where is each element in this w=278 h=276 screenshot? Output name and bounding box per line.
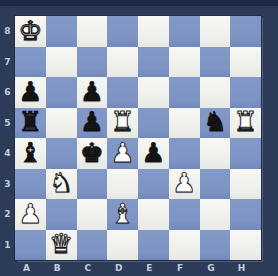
square-f3[interactable]: ♟ [169,169,200,200]
square-d4[interactable]: ♟ [107,138,138,169]
square-f7[interactable] [169,47,200,78]
file-label-h: H [230,260,261,276]
square-e1[interactable] [138,230,169,261]
square-c6[interactable]: ♟ [77,77,108,108]
square-b8[interactable] [46,16,77,47]
square-c7[interactable] [77,47,108,78]
square-a2[interactable]: ♟ [15,199,46,230]
square-g6[interactable] [200,77,231,108]
file-label-a: A [15,260,46,276]
square-h8[interactable] [230,16,261,47]
square-a8[interactable]: ♚ [15,16,46,47]
square-a6[interactable]: ♟ [15,77,46,108]
piece-white-bishop[interactable]: ♝ [111,200,135,227]
file-label-c: C [77,260,108,276]
rank-label-6: 6 [0,77,15,108]
piece-white-pawn[interactable]: ♟ [111,139,135,166]
chess-board-frame: 87654321 ♚♟♟♜♟♜♞♜♝♚♟♟♞♟♟♝♛ ABCDEFGH [0,0,278,276]
square-d5[interactable]: ♜ [107,108,138,139]
square-c5[interactable]: ♟ [77,108,108,139]
file-label-b: B [46,260,77,276]
file-label-d: D [107,260,138,276]
piece-black-bishop[interactable]: ♝ [18,139,42,166]
rank-label-4: 4 [0,138,15,169]
piece-black-pawn[interactable]: ♟ [80,78,104,105]
square-c2[interactable] [77,199,108,230]
square-d1[interactable] [107,230,138,261]
square-e6[interactable] [138,77,169,108]
rank-label-5: 5 [0,108,15,139]
square-g7[interactable] [200,47,231,78]
square-g2[interactable] [200,199,231,230]
piece-white-pawn[interactable]: ♟ [18,200,42,227]
file-label-f: F [169,260,200,276]
square-f5[interactable] [169,108,200,139]
rank-label-2: 2 [0,199,15,230]
square-h4[interactable] [230,138,261,169]
square-b6[interactable] [46,77,77,108]
rank-label-8: 8 [0,16,15,47]
square-b5[interactable] [46,108,77,139]
square-a5[interactable]: ♜ [15,108,46,139]
piece-black-pawn[interactable]: ♟ [80,108,104,135]
square-e8[interactable] [138,16,169,47]
square-d2[interactable]: ♝ [107,199,138,230]
square-b1[interactable]: ♛ [46,230,77,261]
square-e7[interactable] [138,47,169,78]
square-a1[interactable] [15,230,46,261]
piece-black-pawn[interactable]: ♟ [141,139,165,166]
rank-label-1: 1 [0,230,15,261]
square-e5[interactable] [138,108,169,139]
piece-black-pawn[interactable]: ♟ [18,78,42,105]
square-h2[interactable] [230,199,261,230]
square-b2[interactable] [46,199,77,230]
square-g8[interactable] [200,16,231,47]
square-g4[interactable] [200,138,231,169]
square-h5[interactable]: ♜ [230,108,261,139]
square-a7[interactable] [15,47,46,78]
square-b3[interactable]: ♞ [46,169,77,200]
square-d8[interactable] [107,16,138,47]
file-label-e: E [138,260,169,276]
rank-labels: 87654321 [0,16,15,260]
square-g3[interactable] [200,169,231,200]
square-g1[interactable] [200,230,231,261]
square-b4[interactable] [46,138,77,169]
file-label-g: G [200,260,231,276]
square-c4[interactable]: ♚ [77,138,108,169]
square-e4[interactable]: ♟ [138,138,169,169]
square-a4[interactable]: ♝ [15,138,46,169]
square-d6[interactable] [107,77,138,108]
rank-label-3: 3 [0,169,15,200]
square-e3[interactable] [138,169,169,200]
piece-white-rook[interactable]: ♜ [234,108,258,135]
square-a3[interactable] [15,169,46,200]
square-g5[interactable]: ♞ [200,108,231,139]
square-f2[interactable] [169,199,200,230]
square-b7[interactable] [46,47,77,78]
square-h3[interactable] [230,169,261,200]
piece-black-king[interactable]: ♚ [80,139,104,166]
square-d3[interactable] [107,169,138,200]
square-f8[interactable] [169,16,200,47]
piece-white-rook[interactable]: ♜ [111,108,135,135]
square-f6[interactable] [169,77,200,108]
square-c3[interactable] [77,169,108,200]
piece-white-knight[interactable]: ♞ [49,169,73,196]
piece-white-queen[interactable]: ♛ [49,230,73,257]
square-f4[interactable] [169,138,200,169]
piece-black-rook[interactable]: ♜ [18,108,42,135]
square-h6[interactable] [230,77,261,108]
file-labels: ABCDEFGH [15,260,261,276]
square-d7[interactable] [107,47,138,78]
square-f1[interactable] [169,230,200,261]
square-h7[interactable] [230,47,261,78]
piece-white-king[interactable]: ♚ [18,17,42,44]
piece-white-pawn[interactable]: ♟ [172,169,196,196]
square-c1[interactable] [77,230,108,261]
piece-black-knight[interactable]: ♞ [203,108,227,135]
rank-label-7: 7 [0,47,15,78]
square-h1[interactable] [230,230,261,261]
square-c8[interactable] [77,16,108,47]
chess-board: ♚♟♟♜♟♜♞♜♝♚♟♟♞♟♟♝♛ [15,16,261,260]
square-e2[interactable] [138,199,169,230]
